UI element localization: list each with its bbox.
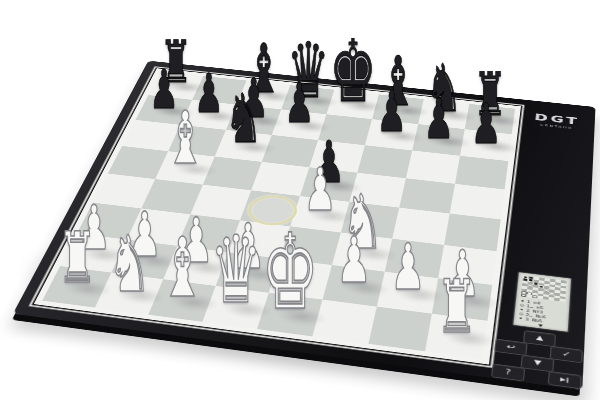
white-pawn-glyph[interactable]: ♟ xyxy=(336,229,371,292)
dgt-logo: DGT CENTAUR xyxy=(519,110,595,132)
down-button[interactable]: ▼ xyxy=(521,355,555,373)
black-pawn-glyph[interactable]: ♟ xyxy=(471,95,502,151)
play-pause-button[interactable]: ▶❙ xyxy=(548,371,582,389)
black-pawn-glyph[interactable]: ♟ xyxy=(284,76,314,130)
mini-cell xyxy=(560,299,566,302)
keypad: ↩ ▲ ✓ ▼ ? ▶❙ xyxy=(522,99,596,107)
black-king-glyph[interactable]: ♚ xyxy=(329,28,377,114)
display-mini-board xyxy=(521,275,567,301)
white-pawn-glyph[interactable]: ♟ xyxy=(390,236,425,300)
white-king-glyph[interactable]: ♚ xyxy=(261,221,319,325)
product-photo-stage: DGT CENTAUR 1 e41… e52 Nf32… Nc63 Bb5 ▼ … xyxy=(0,0,600,400)
white-queen-glyph[interactable]: ♛ xyxy=(210,224,262,317)
white-bishop-glyph[interactable]: ♝ xyxy=(160,227,205,309)
black-pawn-glyph[interactable]: ♟ xyxy=(423,91,454,146)
white-rook-glyph[interactable]: ♜ xyxy=(58,224,97,294)
black-pawn-glyph[interactable]: ♟ xyxy=(377,86,407,141)
e-paper-display: 1 e41… e52 Nf32… Nc63 Bb5 ▼ xyxy=(512,271,572,332)
white-bishop-glyph[interactable]: ♝ xyxy=(165,103,205,176)
white-rook-glyph[interactable]: ♜ xyxy=(436,271,477,344)
confirm-button[interactable]: ✓ xyxy=(550,346,583,364)
up-button[interactable]: ▲ xyxy=(523,330,556,347)
black-knight-glyph[interactable]: ♞ xyxy=(225,85,263,153)
white-knight-glyph[interactable]: ♞ xyxy=(108,224,151,302)
